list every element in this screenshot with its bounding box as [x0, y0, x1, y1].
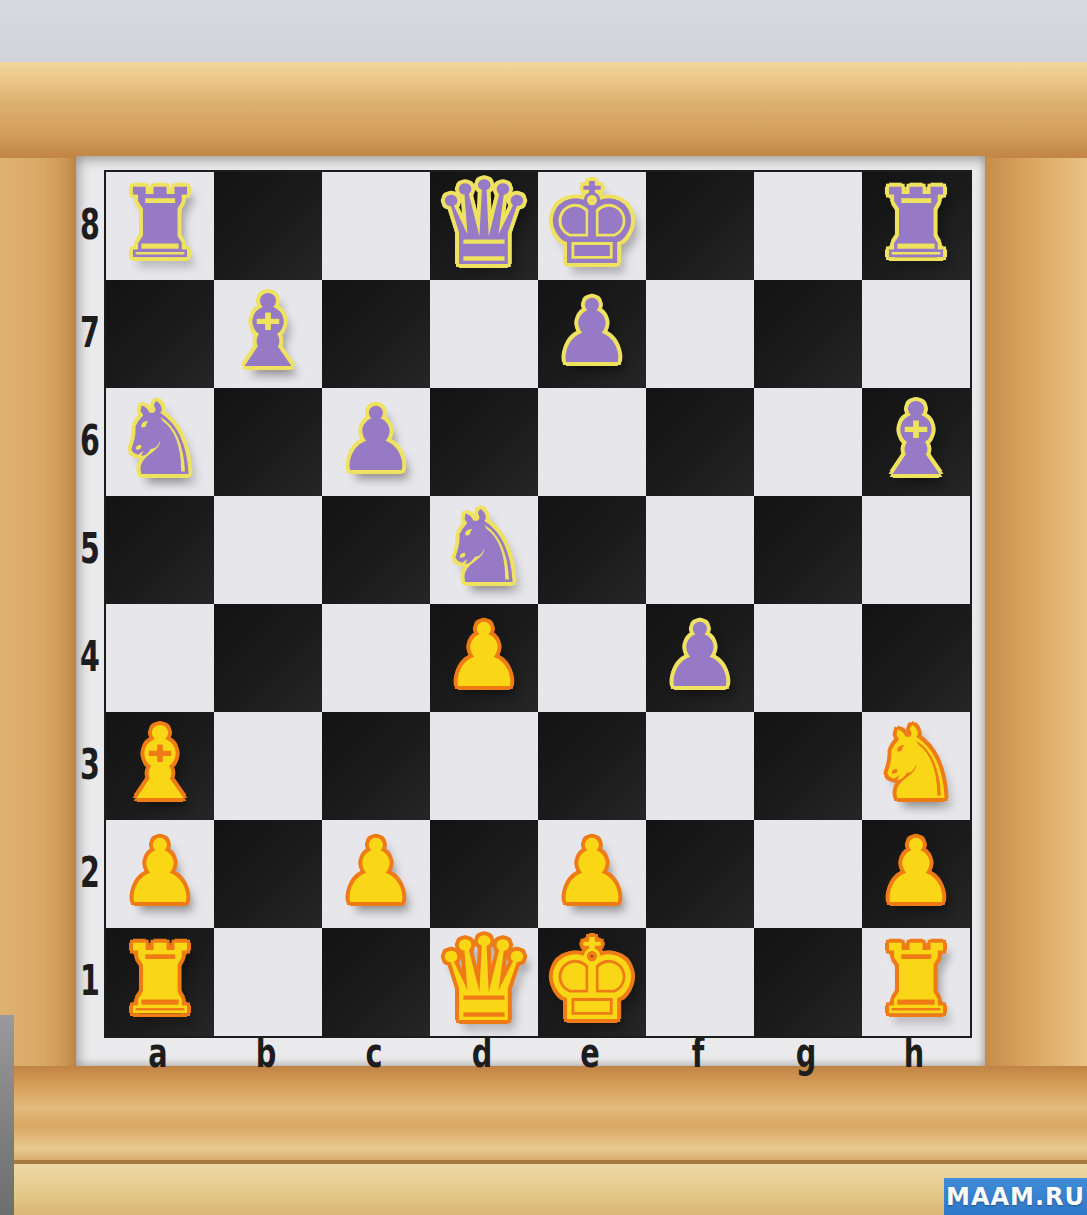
- rank-label-7: 7: [80, 278, 99, 386]
- square-b8[interactable]: [214, 172, 322, 280]
- square-b6[interactable]: [214, 388, 322, 496]
- square-h1[interactable]: ♜: [862, 928, 970, 1036]
- square-g1[interactable]: [754, 928, 862, 1036]
- square-c8[interactable]: [322, 172, 430, 280]
- square-c6[interactable]: ♟: [322, 388, 430, 496]
- wall-shadow-corner: [0, 1015, 14, 1215]
- piece-white-queen[interactable]: ♛: [432, 922, 536, 1038]
- piece-black-bishop[interactable]: ♝: [223, 282, 313, 382]
- square-a4[interactable]: [106, 604, 214, 712]
- frame-left: [0, 62, 78, 1164]
- square-f1[interactable]: [646, 928, 754, 1036]
- piece-white-pawn[interactable]: ♟: [877, 828, 956, 916]
- piece-black-pawn[interactable]: ♟: [553, 288, 632, 376]
- square-a6[interactable]: ♞: [106, 388, 214, 496]
- square-a3[interactable]: ♝: [106, 712, 214, 820]
- whiteboard: 87654321 ♜♛♚♜♝♟♞♟♝♞♟♟♝♞♟♟♟♟♜♛♚♜ abcdefgh: [76, 156, 985, 1066]
- square-f4[interactable]: ♟: [646, 604, 754, 712]
- square-d3[interactable]: [430, 712, 538, 820]
- piece-black-bishop[interactable]: ♝: [871, 390, 961, 490]
- square-b7[interactable]: ♝: [214, 280, 322, 388]
- rank-label-6: 6: [80, 386, 99, 494]
- rank-label-8: 8: [80, 170, 99, 278]
- piece-white-knight[interactable]: ♞: [871, 714, 961, 814]
- square-f8[interactable]: [646, 172, 754, 280]
- piece-black-king[interactable]: ♚: [542, 168, 642, 280]
- square-a7[interactable]: [106, 280, 214, 388]
- piece-black-pawn[interactable]: ♟: [661, 612, 740, 700]
- frame-right: [985, 62, 1087, 1164]
- square-c5[interactable]: [322, 496, 430, 604]
- piece-black-queen[interactable]: ♛: [432, 166, 536, 282]
- scene: 87654321 ♜♛♚♜♝♟♞♟♝♞♟♟♝♞♟♟♟♟♜♛♚♜ abcdefgh…: [0, 0, 1087, 1215]
- square-h6[interactable]: ♝: [862, 388, 970, 496]
- square-e7[interactable]: ♟: [538, 280, 646, 388]
- piece-white-rook[interactable]: ♜: [873, 932, 959, 1028]
- square-e6[interactable]: [538, 388, 646, 496]
- watermark-maam: MAAM.RU: [944, 1178, 1087, 1215]
- rank-label-3: 3: [80, 710, 99, 818]
- square-e1[interactable]: ♚: [538, 928, 646, 1036]
- square-g4[interactable]: [754, 604, 862, 712]
- square-a2[interactable]: ♟: [106, 820, 214, 928]
- watermark-text: MAAM.RU: [946, 1183, 1085, 1211]
- file-label-d: d: [443, 1036, 521, 1066]
- frame-bottom: [0, 1066, 1087, 1164]
- square-a8[interactable]: ♜: [106, 172, 214, 280]
- square-c7[interactable]: [322, 280, 430, 388]
- square-g3[interactable]: [754, 712, 862, 820]
- piece-white-king[interactable]: ♚: [542, 924, 642, 1036]
- piece-white-bishop[interactable]: ♝: [115, 714, 205, 814]
- square-f6[interactable]: [646, 388, 754, 496]
- square-h3[interactable]: ♞: [862, 712, 970, 820]
- square-e5[interactable]: [538, 496, 646, 604]
- square-e8[interactable]: ♚: [538, 172, 646, 280]
- square-d5[interactable]: ♞: [430, 496, 538, 604]
- square-g8[interactable]: [754, 172, 862, 280]
- file-label-g: g: [767, 1036, 845, 1066]
- file-label-b: b: [227, 1036, 305, 1066]
- piece-white-pawn[interactable]: ♟: [553, 828, 632, 916]
- square-f5[interactable]: [646, 496, 754, 604]
- square-h5[interactable]: [862, 496, 970, 604]
- square-h2[interactable]: ♟: [862, 820, 970, 928]
- square-e4[interactable]: [538, 604, 646, 712]
- square-d4[interactable]: ♟: [430, 604, 538, 712]
- square-h7[interactable]: [862, 280, 970, 388]
- square-d1[interactable]: ♛: [430, 928, 538, 1036]
- square-g6[interactable]: [754, 388, 862, 496]
- square-g7[interactable]: [754, 280, 862, 388]
- square-c4[interactable]: [322, 604, 430, 712]
- square-f7[interactable]: [646, 280, 754, 388]
- piece-black-rook[interactable]: ♜: [117, 176, 203, 272]
- file-label-f: f: [659, 1036, 737, 1066]
- piece-black-knight[interactable]: ♞: [115, 390, 205, 490]
- square-d6[interactable]: [430, 388, 538, 496]
- square-e3[interactable]: [538, 712, 646, 820]
- file-labels: abcdefgh: [104, 1036, 968, 1066]
- rank-label-1: 1: [80, 926, 99, 1034]
- square-b2[interactable]: [214, 820, 322, 928]
- file-label-e: e: [551, 1036, 629, 1066]
- piece-white-pawn[interactable]: ♟: [445, 612, 524, 700]
- square-h4[interactable]: [862, 604, 970, 712]
- piece-black-rook[interactable]: ♜: [873, 176, 959, 272]
- piece-black-pawn[interactable]: ♟: [337, 396, 416, 484]
- square-a5[interactable]: [106, 496, 214, 604]
- square-a1[interactable]: ♜: [106, 928, 214, 1036]
- piece-white-pawn[interactable]: ♟: [337, 828, 416, 916]
- rank-label-4: 4: [80, 602, 99, 710]
- square-f3[interactable]: [646, 712, 754, 820]
- piece-white-pawn[interactable]: ♟: [121, 828, 200, 916]
- square-g5[interactable]: [754, 496, 862, 604]
- frame-ledge: [0, 1160, 1087, 1215]
- square-h8[interactable]: ♜: [862, 172, 970, 280]
- square-c1[interactable]: [322, 928, 430, 1036]
- square-b1[interactable]: [214, 928, 322, 1036]
- square-f2[interactable]: [646, 820, 754, 928]
- rank-labels: 87654321: [76, 170, 104, 1034]
- square-e2[interactable]: ♟: [538, 820, 646, 928]
- square-d7[interactable]: [430, 280, 538, 388]
- square-b4[interactable]: [214, 604, 322, 712]
- file-label-c: c: [335, 1036, 413, 1066]
- chessboard: ♜♛♚♜♝♟♞♟♝♞♟♟♝♞♟♟♟♟♜♛♚♜: [104, 170, 972, 1038]
- piece-black-knight[interactable]: ♞: [439, 498, 529, 598]
- frame-top: [0, 62, 1087, 158]
- square-d8[interactable]: ♛: [430, 172, 538, 280]
- rank-label-5: 5: [80, 494, 99, 602]
- square-c2[interactable]: ♟: [322, 820, 430, 928]
- square-c3[interactable]: [322, 712, 430, 820]
- wall: [0, 0, 1087, 64]
- square-b3[interactable]: [214, 712, 322, 820]
- file-label-h: h: [875, 1036, 953, 1066]
- rank-label-2: 2: [80, 818, 99, 926]
- square-g2[interactable]: [754, 820, 862, 928]
- square-b5[interactable]: [214, 496, 322, 604]
- file-label-a: a: [119, 1036, 197, 1066]
- piece-white-rook[interactable]: ♜: [117, 932, 203, 1028]
